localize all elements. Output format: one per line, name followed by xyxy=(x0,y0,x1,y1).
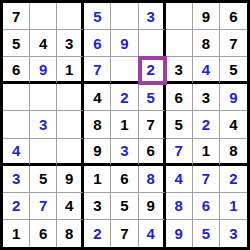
cell-r1c5[interactable] xyxy=(111,3,138,30)
cell-r4c8[interactable]: 3 xyxy=(193,84,220,111)
cell-r1c3[interactable] xyxy=(57,3,84,30)
cell-r8c3[interactable]: 4 xyxy=(57,193,84,220)
cell-r6c3[interactable] xyxy=(57,139,84,166)
cell-r4c3[interactable] xyxy=(57,84,84,111)
cell-r2c8[interactable]: 8 xyxy=(193,30,220,57)
cell-r4c5[interactable]: 2 xyxy=(111,84,138,111)
cell-r6c7[interactable]: 7 xyxy=(166,139,193,166)
cell-r4c1[interactable] xyxy=(3,84,30,111)
cell-r5c8[interactable]: 2 xyxy=(193,111,220,138)
cell-r3c1[interactable]: 6 xyxy=(3,57,30,84)
cell-r7c6[interactable]: 8 xyxy=(139,166,166,193)
cell-r3c7[interactable]: 3 xyxy=(166,57,193,84)
cell-r1c7[interactable] xyxy=(166,3,193,30)
cell-r7c7[interactable]: 4 xyxy=(166,166,193,193)
cell-r5c4[interactable]: 8 xyxy=(84,111,111,138)
cell-r9c9[interactable]: 3 xyxy=(220,220,247,247)
cell-r4c6[interactable]: 5 xyxy=(139,84,166,111)
cell-r5c9[interactable]: 4 xyxy=(220,111,247,138)
cell-r2c6[interactable] xyxy=(139,30,166,57)
cell-r7c8[interactable]: 7 xyxy=(193,166,220,193)
cell-r9c3[interactable]: 8 xyxy=(57,220,84,247)
cell-r2c2[interactable]: 4 xyxy=(30,30,57,57)
cell-r3c8[interactable]: 4 xyxy=(193,57,220,84)
cell-r8c4[interactable]: 3 xyxy=(84,193,111,220)
cell-r3c3[interactable]: 1 xyxy=(57,57,84,84)
cell-r8c7[interactable]: 8 xyxy=(166,193,193,220)
cell-r4c4[interactable]: 4 xyxy=(84,84,111,111)
cell-r4c7[interactable]: 6 xyxy=(166,84,193,111)
cell-r2c7[interactable] xyxy=(166,30,193,57)
cell-r7c5[interactable]: 6 xyxy=(111,166,138,193)
cell-r6c2[interactable] xyxy=(30,139,57,166)
cell-r6c6[interactable]: 6 xyxy=(139,139,166,166)
cell-r2c1[interactable]: 5 xyxy=(3,30,30,57)
cell-r9c4[interactable]: 2 xyxy=(84,220,111,247)
sudoku-board: 7539654369876917234542563938175244936718… xyxy=(0,0,250,250)
cell-r7c2[interactable]: 5 xyxy=(30,166,57,193)
cell-r3c9[interactable]: 5 xyxy=(220,57,247,84)
cell-r3c4[interactable]: 7 xyxy=(84,57,111,84)
cell-r2c3[interactable]: 3 xyxy=(57,30,84,57)
cell-r5c2[interactable]: 3 xyxy=(30,111,57,138)
cell-r5c6[interactable]: 7 xyxy=(139,111,166,138)
cell-r7c1[interactable]: 3 xyxy=(3,166,30,193)
cell-r6c5[interactable]: 3 xyxy=(111,139,138,166)
cell-r8c6[interactable]: 9 xyxy=(139,193,166,220)
cell-r9c5[interactable]: 7 xyxy=(111,220,138,247)
cell-r1c8[interactable]: 9 xyxy=(193,3,220,30)
cell-r8c9[interactable]: 1 xyxy=(220,193,247,220)
cell-r2c4[interactable]: 6 xyxy=(84,30,111,57)
cell-r6c8[interactable]: 1 xyxy=(193,139,220,166)
cell-r1c6[interactable]: 3 xyxy=(139,3,166,30)
cell-r6c9[interactable]: 8 xyxy=(220,139,247,166)
cell-r5c1[interactable] xyxy=(3,111,30,138)
cell-r1c4[interactable]: 5 xyxy=(84,3,111,30)
cell-r9c8[interactable]: 5 xyxy=(193,220,220,247)
selected-cell[interactable]: 2 xyxy=(139,57,166,84)
cell-r5c7[interactable]: 5 xyxy=(166,111,193,138)
cell-r5c3[interactable] xyxy=(57,111,84,138)
cell-r5c5[interactable]: 1 xyxy=(111,111,138,138)
cell-r4c2[interactable] xyxy=(30,84,57,111)
cell-r9c2[interactable]: 6 xyxy=(30,220,57,247)
cell-r2c9[interactable]: 7 xyxy=(220,30,247,57)
cell-r9c6[interactable]: 4 xyxy=(139,220,166,247)
cell-r6c1[interactable]: 4 xyxy=(3,139,30,166)
cell-r1c2[interactable] xyxy=(30,3,57,30)
cell-r6c4[interactable]: 9 xyxy=(84,139,111,166)
cell-r1c9[interactable]: 6 xyxy=(220,3,247,30)
cell-r1c1[interactable]: 7 xyxy=(3,3,30,30)
cell-r8c8[interactable]: 6 xyxy=(193,193,220,220)
cell-r8c2[interactable]: 7 xyxy=(30,193,57,220)
cell-r2c5[interactable]: 9 xyxy=(111,30,138,57)
cell-r8c1[interactable]: 2 xyxy=(3,193,30,220)
cell-r4c9[interactable]: 9 xyxy=(220,84,247,111)
cell-r3c2[interactable]: 9 xyxy=(30,57,57,84)
cell-r7c3[interactable]: 9 xyxy=(57,166,84,193)
cell-r8c5[interactable]: 5 xyxy=(111,193,138,220)
cell-r7c4[interactable]: 1 xyxy=(84,166,111,193)
cell-r9c7[interactable]: 9 xyxy=(166,220,193,247)
cell-r9c1[interactable]: 1 xyxy=(3,220,30,247)
cell-r3c5[interactable] xyxy=(111,57,138,84)
cell-r7c9[interactable]: 2 xyxy=(220,166,247,193)
